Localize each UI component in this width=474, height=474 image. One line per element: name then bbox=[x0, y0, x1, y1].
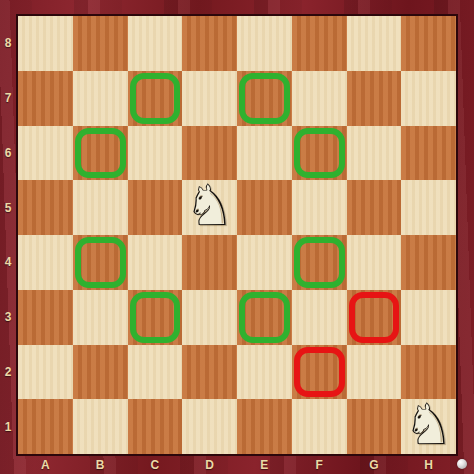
white-knight-h1[interactable]: ♞♘ bbox=[401, 399, 456, 454]
rank-label-2: 2 bbox=[0, 345, 16, 400]
knight-glyph-outline: ♘ bbox=[184, 177, 235, 234]
square-h8[interactable] bbox=[401, 16, 456, 71]
file-labels-strip: ABCDEFGH bbox=[18, 457, 456, 473]
highlight-green-b6 bbox=[75, 128, 126, 179]
file-label-b: B bbox=[73, 457, 128, 473]
square-d3[interactable] bbox=[182, 290, 237, 345]
square-d7[interactable] bbox=[182, 71, 237, 126]
square-g1[interactable] bbox=[347, 399, 402, 454]
square-a6[interactable] bbox=[18, 126, 73, 181]
square-c7[interactable] bbox=[128, 71, 183, 126]
highlight-green-f4 bbox=[294, 237, 345, 288]
square-e6[interactable] bbox=[237, 126, 292, 181]
square-c3[interactable] bbox=[128, 290, 183, 345]
square-d1[interactable] bbox=[182, 399, 237, 454]
square-g7[interactable] bbox=[347, 71, 402, 126]
rank-label-8: 8 bbox=[0, 16, 16, 71]
rank-label-3: 3 bbox=[0, 290, 16, 345]
square-c6[interactable] bbox=[128, 126, 183, 181]
file-label-e: E bbox=[237, 457, 292, 473]
rank-label-1: 1 bbox=[0, 399, 16, 454]
square-e5[interactable] bbox=[237, 180, 292, 235]
file-label-c: C bbox=[128, 457, 183, 473]
square-a2[interactable] bbox=[18, 345, 73, 400]
square-g4[interactable] bbox=[347, 235, 402, 290]
square-b5[interactable] bbox=[73, 180, 128, 235]
square-c2[interactable] bbox=[128, 345, 183, 400]
square-a7[interactable] bbox=[18, 71, 73, 126]
square-h5[interactable] bbox=[401, 180, 456, 235]
square-g6[interactable] bbox=[347, 126, 402, 181]
highlight-green-e7 bbox=[239, 73, 290, 124]
square-d2[interactable] bbox=[182, 345, 237, 400]
highlight-green-c7 bbox=[130, 73, 181, 124]
square-e2[interactable] bbox=[237, 345, 292, 400]
square-d8[interactable] bbox=[182, 16, 237, 71]
white-knight-d5[interactable]: ♞♘ bbox=[182, 180, 237, 235]
highlight-green-b4 bbox=[75, 237, 126, 288]
square-h7[interactable] bbox=[401, 71, 456, 126]
square-d5[interactable]: ♞♘ bbox=[182, 180, 237, 235]
square-c5[interactable] bbox=[128, 180, 183, 235]
square-e7[interactable] bbox=[237, 71, 292, 126]
square-e8[interactable] bbox=[237, 16, 292, 71]
square-b6[interactable] bbox=[73, 126, 128, 181]
square-f4[interactable] bbox=[292, 235, 347, 290]
file-label-f: F bbox=[292, 457, 347, 473]
rank-label-5: 5 bbox=[0, 180, 16, 235]
square-e1[interactable] bbox=[237, 399, 292, 454]
square-a1[interactable] bbox=[18, 399, 73, 454]
file-label-d: D bbox=[182, 457, 237, 473]
square-d4[interactable] bbox=[182, 235, 237, 290]
square-b7[interactable] bbox=[73, 71, 128, 126]
square-f3[interactable] bbox=[292, 290, 347, 345]
rank-label-4: 4 bbox=[0, 235, 16, 290]
highlight-red-f2 bbox=[294, 347, 345, 398]
square-g5[interactable] bbox=[347, 180, 402, 235]
square-b4[interactable] bbox=[73, 235, 128, 290]
highlight-green-c3 bbox=[130, 292, 181, 343]
square-g3[interactable] bbox=[347, 290, 402, 345]
square-h1[interactable]: ♞♘ bbox=[401, 399, 456, 454]
square-h3[interactable] bbox=[401, 290, 456, 345]
highlight-green-f6 bbox=[294, 128, 345, 179]
square-c1[interactable] bbox=[128, 399, 183, 454]
rank-label-6: 6 bbox=[0, 126, 16, 181]
square-f5[interactable] bbox=[292, 180, 347, 235]
square-c4[interactable] bbox=[128, 235, 183, 290]
square-a3[interactable] bbox=[18, 290, 73, 345]
square-a4[interactable] bbox=[18, 235, 73, 290]
file-label-h: H bbox=[401, 457, 456, 473]
square-f7[interactable] bbox=[292, 71, 347, 126]
chessboard-frame: ♞♘♞♘ 87654321 ABCDEFGH bbox=[0, 0, 474, 474]
square-a5[interactable] bbox=[18, 180, 73, 235]
file-label-g: G bbox=[347, 457, 402, 473]
square-e3[interactable] bbox=[237, 290, 292, 345]
square-e4[interactable] bbox=[237, 235, 292, 290]
chessboard: ♞♘♞♘ bbox=[16, 14, 458, 456]
rank-label-7: 7 bbox=[0, 71, 16, 126]
square-a8[interactable] bbox=[18, 16, 73, 71]
square-h6[interactable] bbox=[401, 126, 456, 181]
corner-marker-dot bbox=[457, 459, 467, 469]
square-f8[interactable] bbox=[292, 16, 347, 71]
square-b3[interactable] bbox=[73, 290, 128, 345]
highlight-red-g3 bbox=[349, 292, 400, 343]
square-f6[interactable] bbox=[292, 126, 347, 181]
square-b1[interactable] bbox=[73, 399, 128, 454]
square-g2[interactable] bbox=[347, 345, 402, 400]
knight-glyph-outline: ♘ bbox=[403, 396, 454, 453]
highlight-green-e3 bbox=[239, 292, 290, 343]
square-h4[interactable] bbox=[401, 235, 456, 290]
square-c8[interactable] bbox=[128, 16, 183, 71]
square-b2[interactable] bbox=[73, 345, 128, 400]
file-label-a: A bbox=[18, 457, 73, 473]
square-b8[interactable] bbox=[73, 16, 128, 71]
square-g8[interactable] bbox=[347, 16, 402, 71]
square-f1[interactable] bbox=[292, 399, 347, 454]
square-f2[interactable] bbox=[292, 345, 347, 400]
